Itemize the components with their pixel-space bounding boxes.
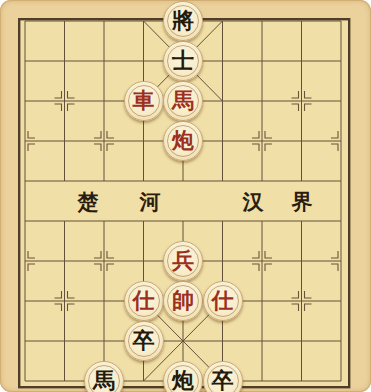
red-general[interactable]: 帥	[163, 281, 203, 321]
piece-glyph: 兵	[172, 249, 194, 271]
red-horse[interactable]: 馬	[163, 81, 203, 121]
piece-glyph: 馬	[172, 89, 194, 111]
black-soldier[interactable]: 卒	[124, 321, 164, 361]
red-advisor[interactable]: 仕	[124, 281, 164, 321]
black-soldier[interactable]: 卒	[203, 361, 243, 392]
piece-glyph: 卒	[212, 369, 234, 391]
piece-glyph: 仕	[212, 289, 234, 311]
piece-glyph: 帥	[172, 289, 194, 311]
black-horse[interactable]: 馬	[84, 361, 124, 392]
piece-glyph: 馬	[93, 369, 115, 391]
black-advisor[interactable]: 士	[163, 41, 203, 81]
piece-glyph: 炮	[172, 129, 194, 151]
piece-glyph: 車	[133, 89, 155, 111]
red-cannon[interactable]: 炮	[163, 121, 203, 161]
xiangqi-board: 楚河汉界 將士車馬炮兵仕帥仕卒馬炮卒	[0, 0, 371, 392]
piece-glyph: 炮	[172, 369, 194, 391]
black-cannon[interactable]: 炮	[163, 361, 203, 392]
red-advisor[interactable]: 仕	[203, 281, 243, 321]
black-general[interactable]: 將	[163, 1, 203, 41]
piece-glyph: 將	[172, 9, 194, 31]
piece-grid: 將士車馬炮兵仕帥仕卒馬炮卒	[5, 1, 361, 392]
red-soldier[interactable]: 兵	[163, 241, 203, 281]
red-chariot[interactable]: 車	[124, 81, 164, 121]
piece-glyph: 士	[172, 49, 194, 71]
piece-glyph: 仕	[133, 289, 155, 311]
piece-glyph: 卒	[133, 329, 155, 351]
